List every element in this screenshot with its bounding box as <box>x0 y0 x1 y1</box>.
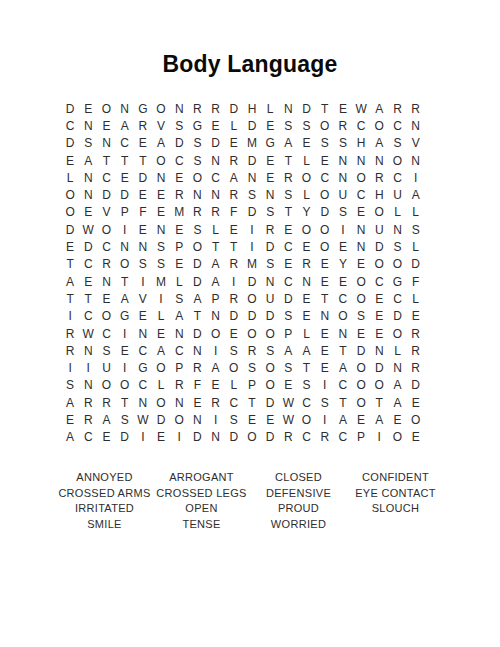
grid-cell[interactable]: R <box>407 100 425 117</box>
grid-cell[interactable]: M <box>152 273 170 290</box>
grid-cell[interactable]: R <box>316 429 334 446</box>
grid-cell[interactable]: C <box>334 290 352 307</box>
grid-cell[interactable]: N <box>79 117 97 134</box>
grid-cell[interactable]: M <box>243 256 261 273</box>
grid-cell[interactable]: C <box>370 273 388 290</box>
grid-cell[interactable]: R <box>407 325 425 342</box>
grid-cell[interactable]: S <box>152 256 170 273</box>
grid-cell[interactable]: T <box>279 152 297 169</box>
grid-cell[interactable]: E <box>352 411 370 428</box>
grid-cell[interactable]: G <box>261 135 279 152</box>
grid-cell[interactable]: R <box>188 100 206 117</box>
grid-cell[interactable]: C <box>134 342 152 359</box>
grid-cell[interactable]: E <box>334 273 352 290</box>
grid-cell[interactable]: E <box>243 411 261 428</box>
grid-cell[interactable]: M <box>170 204 188 221</box>
grid-cell[interactable]: R <box>279 429 297 446</box>
grid-cell[interactable]: D <box>61 100 79 117</box>
grid-cell[interactable]: I <box>243 238 261 255</box>
grid-cell[interactable]: T <box>61 256 79 273</box>
grid-cell[interactable]: R <box>297 256 315 273</box>
grid-cell[interactable]: N <box>152 169 170 186</box>
grid-cell[interactable]: D <box>243 308 261 325</box>
grid-cell[interactable]: O <box>297 221 315 238</box>
grid-cell[interactable]: I <box>79 359 97 376</box>
grid-cell[interactable]: I <box>134 429 152 446</box>
grid-cell[interactable]: C <box>207 169 225 186</box>
grid-cell[interactable]: S <box>279 359 297 376</box>
grid-cell[interactable]: N <box>407 152 425 169</box>
grid-cell[interactable]: E <box>370 290 388 307</box>
grid-cell[interactable]: L <box>388 204 406 221</box>
grid-cell[interactable]: O <box>297 411 315 428</box>
grid-cell[interactable]: A <box>279 342 297 359</box>
grid-cell[interactable]: A <box>152 342 170 359</box>
grid-cell[interactable]: G <box>134 359 152 376</box>
grid-cell[interactable]: R <box>225 186 243 203</box>
grid-cell[interactable]: N <box>97 135 115 152</box>
grid-cell[interactable]: N <box>388 221 406 238</box>
grid-cell[interactable]: D <box>370 359 388 376</box>
grid-cell[interactable]: E <box>152 186 170 203</box>
grid-cell[interactable]: S <box>188 135 206 152</box>
grid-cell[interactable]: N <box>116 238 134 255</box>
grid-cell[interactable]: L <box>407 290 425 307</box>
grid-cell[interactable]: O <box>352 377 370 394</box>
grid-cell[interactable]: S <box>225 411 243 428</box>
grid-cell[interactable]: E <box>316 256 334 273</box>
grid-cell[interactable]: E <box>225 221 243 238</box>
grid-cell[interactable]: O <box>352 290 370 307</box>
grid-cell[interactable]: L <box>207 221 225 238</box>
grid-cell[interactable]: N <box>261 273 279 290</box>
grid-cell[interactable]: O <box>152 359 170 376</box>
grid-cell[interactable]: O <box>97 221 115 238</box>
grid-cell[interactable]: R <box>407 342 425 359</box>
grid-cell[interactable]: L <box>225 377 243 394</box>
grid-cell[interactable]: T <box>370 394 388 411</box>
grid-cell[interactable]: Y <box>334 256 352 273</box>
grid-cell[interactable]: S <box>79 135 97 152</box>
grid-cell[interactable]: E <box>261 152 279 169</box>
grid-cell[interactable]: N <box>297 273 315 290</box>
grid-cell[interactable]: D <box>407 256 425 273</box>
grid-cell[interactable]: S <box>407 221 425 238</box>
grid-cell[interactable]: T <box>116 152 134 169</box>
grid-cell[interactable]: C <box>388 290 406 307</box>
grid-cell[interactable]: D <box>188 429 206 446</box>
grid-cell[interactable]: T <box>116 394 134 411</box>
grid-cell[interactable]: S <box>261 256 279 273</box>
grid-cell[interactable]: R <box>334 117 352 134</box>
grid-cell[interactable]: V <box>407 135 425 152</box>
grid-cell[interactable]: T <box>61 290 79 307</box>
grid-cell[interactable]: A <box>61 273 79 290</box>
grid-cell[interactable]: L <box>261 100 279 117</box>
grid-cell[interactable]: E <box>316 359 334 376</box>
grid-cell[interactable]: D <box>97 186 115 203</box>
grid-cell[interactable]: N <box>188 411 206 428</box>
grid-cell[interactable]: C <box>297 394 315 411</box>
grid-cell[interactable]: N <box>134 238 152 255</box>
grid-cell[interactable]: O <box>370 256 388 273</box>
grid-cell[interactable]: O <box>152 100 170 117</box>
grid-cell[interactable]: R <box>207 100 225 117</box>
grid-cell[interactable]: L <box>61 169 79 186</box>
grid-cell[interactable]: A <box>279 135 297 152</box>
grid-cell[interactable]: E <box>97 290 115 307</box>
grid-cell[interactable]: S <box>279 308 297 325</box>
grid-cell[interactable]: D <box>370 238 388 255</box>
grid-cell[interactable]: N <box>134 394 152 411</box>
grid-cell[interactable]: C <box>170 152 188 169</box>
grid-cell[interactable]: I <box>170 429 188 446</box>
grid-cell[interactable]: T <box>116 273 134 290</box>
grid-cell[interactable]: N <box>207 186 225 203</box>
grid-cell[interactable]: T <box>316 290 334 307</box>
grid-cell[interactable]: T <box>207 238 225 255</box>
grid-cell[interactable]: O <box>61 204 79 221</box>
grid-cell[interactable]: C <box>79 308 97 325</box>
grid-cell[interactable]: W <box>279 394 297 411</box>
grid-cell[interactable]: A <box>388 394 406 411</box>
grid-cell[interactable]: D <box>316 204 334 221</box>
grid-cell[interactable]: O <box>388 325 406 342</box>
grid-cell[interactable]: R <box>225 290 243 307</box>
grid-cell[interactable]: D <box>243 117 261 134</box>
grid-cell[interactable]: E <box>261 117 279 134</box>
grid-cell[interactable]: R <box>407 359 425 376</box>
grid-cell[interactable]: N <box>207 152 225 169</box>
grid-cell[interactable]: D <box>79 238 97 255</box>
grid-cell[interactable]: E <box>152 325 170 342</box>
grid-cell[interactable]: S <box>388 135 406 152</box>
grid-cell[interactable]: V <box>134 290 152 307</box>
grid-cell[interactable]: O <box>243 290 261 307</box>
grid-cell[interactable]: R <box>61 325 79 342</box>
grid-cell[interactable]: E <box>352 325 370 342</box>
grid-cell[interactable]: E <box>207 117 225 134</box>
grid-cell[interactable]: O <box>316 117 334 134</box>
grid-cell[interactable]: E <box>261 411 279 428</box>
grid-cell[interactable]: O <box>352 394 370 411</box>
grid-cell[interactable]: E <box>152 204 170 221</box>
grid-cell[interactable]: E <box>279 221 297 238</box>
grid-cell[interactable]: C <box>97 238 115 255</box>
grid-cell[interactable]: W <box>352 100 370 117</box>
grid-cell[interactable]: S <box>243 186 261 203</box>
grid-cell[interactable]: I <box>207 411 225 428</box>
grid-cell[interactable]: T <box>225 238 243 255</box>
grid-cell[interactable]: N <box>79 169 97 186</box>
grid-cell[interactable]: O <box>352 169 370 186</box>
grid-cell[interactable]: E <box>297 135 315 152</box>
grid-cell[interactable]: D <box>261 238 279 255</box>
grid-cell[interactable]: R <box>261 221 279 238</box>
grid-cell[interactable]: C <box>297 429 315 446</box>
grid-cell[interactable]: D <box>225 429 243 446</box>
grid-cell[interactable]: T <box>97 152 115 169</box>
grid-cell[interactable]: A <box>116 290 134 307</box>
grid-cell[interactable]: A <box>207 256 225 273</box>
grid-cell[interactable]: E <box>134 135 152 152</box>
grid-cell[interactable]: E <box>134 221 152 238</box>
grid-cell[interactable]: N <box>352 238 370 255</box>
grid-cell[interactable]: C <box>279 238 297 255</box>
grid-cell[interactable]: I <box>116 325 134 342</box>
grid-cell[interactable]: R <box>97 256 115 273</box>
grid-cell[interactable]: C <box>388 169 406 186</box>
grid-cell[interactable]: D <box>261 429 279 446</box>
grid-cell[interactable]: C <box>388 117 406 134</box>
grid-cell[interactable]: L <box>225 117 243 134</box>
grid-cell[interactable]: I <box>225 273 243 290</box>
grid-cell[interactable]: D <box>225 308 243 325</box>
grid-cell[interactable]: E <box>152 429 170 446</box>
grid-cell[interactable]: I <box>152 290 170 307</box>
grid-cell[interactable]: S <box>316 394 334 411</box>
grid-cell[interactable]: C <box>316 169 334 186</box>
grid-cell[interactable]: S <box>61 377 79 394</box>
grid-cell[interactable]: R <box>79 411 97 428</box>
grid-cell[interactable]: F <box>188 377 206 394</box>
grid-cell[interactable]: W <box>134 411 152 428</box>
grid-cell[interactable]: O <box>225 359 243 376</box>
grid-cell[interactable]: R <box>188 204 206 221</box>
grid-cell[interactable]: O <box>170 411 188 428</box>
grid-cell[interactable]: R <box>279 169 297 186</box>
grid-cell[interactable]: E <box>297 238 315 255</box>
grid-cell[interactable]: E <box>116 342 134 359</box>
grid-cell[interactable]: R <box>61 342 79 359</box>
grid-cell[interactable]: O <box>370 117 388 134</box>
grid-cell[interactable]: N <box>79 342 97 359</box>
grid-cell[interactable]: N <box>352 221 370 238</box>
grid-cell[interactable]: P <box>170 238 188 255</box>
grid-cell[interactable]: C <box>79 256 97 273</box>
grid-cell[interactable]: S <box>279 117 297 134</box>
grid-cell[interactable]: D <box>261 394 279 411</box>
grid-cell[interactable]: N <box>170 394 188 411</box>
grid-cell[interactable]: R <box>134 117 152 134</box>
grid-cell[interactable]: E <box>352 204 370 221</box>
grid-cell[interactable]: E <box>79 100 97 117</box>
grid-cell[interactable]: O <box>334 308 352 325</box>
grid-cell[interactable]: T <box>79 290 97 307</box>
grid-cell[interactable]: D <box>297 100 315 117</box>
grid-cell[interactable]: E <box>334 238 352 255</box>
grid-cell[interactable]: D <box>61 221 79 238</box>
grid-cell[interactable]: W <box>279 411 297 428</box>
grid-cell[interactable]: U <box>261 290 279 307</box>
grid-cell[interactable]: C <box>352 117 370 134</box>
grid-cell[interactable]: Y <box>297 204 315 221</box>
grid-cell[interactable]: I <box>316 377 334 394</box>
grid-cell[interactable]: F <box>134 204 152 221</box>
grid-cell[interactable]: O <box>388 429 406 446</box>
grid-cell[interactable]: T <box>334 342 352 359</box>
grid-cell[interactable]: C <box>97 325 115 342</box>
grid-cell[interactable]: O <box>188 238 206 255</box>
grid-cell[interactable]: N <box>334 325 352 342</box>
grid-cell[interactable]: A <box>170 308 188 325</box>
grid-cell[interactable]: E <box>134 308 152 325</box>
grid-cell[interactable]: I <box>61 308 79 325</box>
grid-cell[interactable]: N <box>170 100 188 117</box>
grid-cell[interactable]: S <box>297 377 315 394</box>
grid-cell[interactable]: E <box>207 377 225 394</box>
grid-cell[interactable]: N <box>352 152 370 169</box>
grid-cell[interactable]: G <box>116 308 134 325</box>
grid-cell[interactable]: O <box>261 377 279 394</box>
grid-cell[interactable]: A <box>334 411 352 428</box>
grid-cell[interactable]: A <box>370 100 388 117</box>
grid-cell[interactable]: O <box>407 411 425 428</box>
grid-cell[interactable]: E <box>134 186 152 203</box>
grid-cell[interactable]: S <box>334 135 352 152</box>
grid-cell[interactable]: I <box>207 342 225 359</box>
grid-cell[interactable]: O <box>207 325 225 342</box>
grid-cell[interactable]: O <box>388 152 406 169</box>
grid-cell[interactable]: R <box>388 100 406 117</box>
grid-cell[interactable]: C <box>134 377 152 394</box>
grid-cell[interactable]: F <box>225 204 243 221</box>
grid-cell[interactable]: O <box>370 377 388 394</box>
grid-cell[interactable]: S <box>225 342 243 359</box>
grid-cell[interactable]: D <box>243 152 261 169</box>
grid-cell[interactable]: E <box>407 308 425 325</box>
grid-cell[interactable]: S <box>243 359 261 376</box>
grid-cell[interactable]: A <box>152 135 170 152</box>
grid-cell[interactable]: A <box>61 429 79 446</box>
grid-cell[interactable]: E <box>170 221 188 238</box>
grid-cell[interactable]: E <box>97 429 115 446</box>
grid-cell[interactable]: E <box>188 394 206 411</box>
grid-cell[interactable]: N <box>207 429 225 446</box>
grid-cell[interactable]: C <box>334 377 352 394</box>
grid-cell[interactable]: S <box>388 238 406 255</box>
grid-cell[interactable]: D <box>188 273 206 290</box>
grid-cell[interactable]: S <box>170 290 188 307</box>
grid-cell[interactable]: I <box>116 221 134 238</box>
grid-cell[interactable]: D <box>243 273 261 290</box>
grid-cell[interactable]: T <box>279 204 297 221</box>
grid-cell[interactable]: G <box>388 273 406 290</box>
grid-cell[interactable]: U <box>97 359 115 376</box>
grid-cell[interactable]: L <box>152 308 170 325</box>
grid-cell[interactable]: R <box>225 256 243 273</box>
grid-cell[interactable]: R <box>207 394 225 411</box>
grid-cell[interactable]: L <box>297 152 315 169</box>
grid-cell[interactable]: E <box>225 325 243 342</box>
grid-cell[interactable]: N <box>316 308 334 325</box>
grid-cell[interactable]: O <box>116 256 134 273</box>
grid-cell[interactable]: E <box>334 100 352 117</box>
grid-cell[interactable]: U <box>388 186 406 203</box>
grid-cell[interactable]: N <box>170 325 188 342</box>
grid-cell[interactable]: D <box>261 308 279 325</box>
grid-cell[interactable]: P <box>116 204 134 221</box>
grid-cell[interactable]: N <box>188 342 206 359</box>
grid-cell[interactable]: D <box>61 135 79 152</box>
grid-cell[interactable]: C <box>79 429 97 446</box>
grid-cell[interactable]: D <box>352 342 370 359</box>
grid-cell[interactable]: E <box>316 152 334 169</box>
grid-cell[interactable]: D <box>188 256 206 273</box>
grid-cell[interactable]: E <box>116 169 134 186</box>
grid-cell[interactable]: D <box>170 135 188 152</box>
grid-cell[interactable]: N <box>207 308 225 325</box>
grid-cell[interactable]: E <box>170 256 188 273</box>
grid-cell[interactable]: E <box>61 411 79 428</box>
grid-cell[interactable]: S <box>97 342 115 359</box>
grid-cell[interactable]: D <box>243 204 261 221</box>
grid-cell[interactable]: N <box>334 169 352 186</box>
grid-cell[interactable]: S <box>316 135 334 152</box>
grid-cell[interactable]: A <box>188 290 206 307</box>
grid-cell[interactable]: D <box>116 186 134 203</box>
grid-cell[interactable]: N <box>97 273 115 290</box>
grid-cell[interactable]: C <box>61 117 79 134</box>
grid-cell[interactable]: E <box>79 204 97 221</box>
grid-cell[interactable]: C <box>334 429 352 446</box>
grid-cell[interactable]: E <box>261 169 279 186</box>
grid-cell[interactable]: E <box>316 273 334 290</box>
grid-cell[interactable]: D <box>207 135 225 152</box>
grid-cell[interactable]: P <box>170 359 188 376</box>
grid-cell[interactable]: G <box>134 100 152 117</box>
grid-cell[interactable]: P <box>352 429 370 446</box>
grid-cell[interactable]: R <box>170 186 188 203</box>
grid-cell[interactable]: T <box>134 152 152 169</box>
grid-cell[interactable]: N <box>334 152 352 169</box>
grid-cell[interactable]: G <box>188 117 206 134</box>
grid-cell[interactable]: P <box>207 290 225 307</box>
grid-cell[interactable]: N <box>188 186 206 203</box>
grid-cell[interactable]: A <box>334 359 352 376</box>
grid-cell[interactable]: N <box>116 100 134 117</box>
grid-cell[interactable]: I <box>407 169 425 186</box>
grid-cell[interactable]: T <box>188 308 206 325</box>
grid-cell[interactable]: P <box>243 377 261 394</box>
grid-cell[interactable]: A <box>116 117 134 134</box>
grid-cell[interactable]: S <box>334 204 352 221</box>
grid-cell[interactable]: F <box>407 273 425 290</box>
grid-cell[interactable]: V <box>152 117 170 134</box>
grid-cell[interactable]: D <box>188 325 206 342</box>
grid-cell[interactable]: E <box>352 256 370 273</box>
grid-cell[interactable]: A <box>207 273 225 290</box>
grid-cell[interactable]: O <box>297 169 315 186</box>
grid-cell[interactable]: T <box>243 394 261 411</box>
grid-cell[interactable]: E <box>61 152 79 169</box>
grid-cell[interactable]: A <box>388 377 406 394</box>
grid-cell[interactable]: D <box>388 308 406 325</box>
grid-cell[interactable]: I <box>116 359 134 376</box>
grid-cell[interactable]: E <box>316 342 334 359</box>
grid-cell[interactable]: C <box>116 135 134 152</box>
grid-cell[interactable]: O <box>370 204 388 221</box>
grid-cell[interactable]: N <box>370 152 388 169</box>
grid-cell[interactable]: H <box>352 135 370 152</box>
grid-cell[interactable]: R <box>79 394 97 411</box>
grid-cell[interactable]: N <box>279 100 297 117</box>
grid-cell[interactable]: N <box>79 186 97 203</box>
grid-cell[interactable]: N <box>152 221 170 238</box>
grid-cell[interactable]: C <box>279 273 297 290</box>
grid-cell[interactable]: O <box>261 325 279 342</box>
grid-cell[interactable]: H <box>243 100 261 117</box>
